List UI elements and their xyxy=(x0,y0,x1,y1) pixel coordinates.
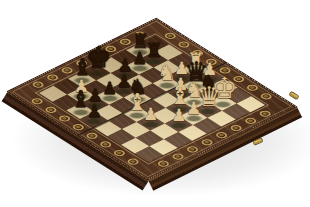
brass-ring-icon xyxy=(45,73,61,82)
brass-ring-icon xyxy=(29,97,45,106)
piece-white-pawn-d2[interactable]: ♟ xyxy=(168,107,190,128)
brass-ring-icon xyxy=(112,149,128,158)
brass-ring-icon xyxy=(257,109,273,118)
brass-ring-icon xyxy=(199,138,215,147)
brass-ring-icon xyxy=(258,92,274,101)
black-pawn-icon: ♟ xyxy=(83,103,105,120)
white-pawn-icon: ♟ xyxy=(140,106,162,123)
brass-ring-icon xyxy=(228,124,244,133)
chess-set-photo: ♝♚♜♟♟♟♜♝♟♟♟♟♞♞♟♜♝♟♛♟♟♝♞♞♟♟♛♚ xyxy=(0,0,310,207)
brass-ring-icon xyxy=(214,131,230,140)
brass-ring-icon xyxy=(245,83,261,92)
brass-ring-icon xyxy=(243,117,259,126)
brass-ring-icon xyxy=(125,157,141,166)
brass-ring-icon xyxy=(71,123,87,132)
brass-ring-icon xyxy=(30,80,46,89)
brass-ring-icon xyxy=(98,140,114,149)
brass-ring-icon xyxy=(156,159,172,168)
brass-ring-icon xyxy=(84,131,100,140)
brass-ring-icon xyxy=(170,152,186,161)
brass-ring-icon xyxy=(43,106,59,115)
brass-ring-icon xyxy=(57,114,73,123)
piece-black-pawn-a5[interactable]: ♟ xyxy=(83,103,105,124)
piece-white-pawn-c3[interactable]: ♟ xyxy=(140,106,162,127)
brass-ring-icon xyxy=(185,145,201,154)
white-pawn-icon: ♟ xyxy=(168,107,190,124)
